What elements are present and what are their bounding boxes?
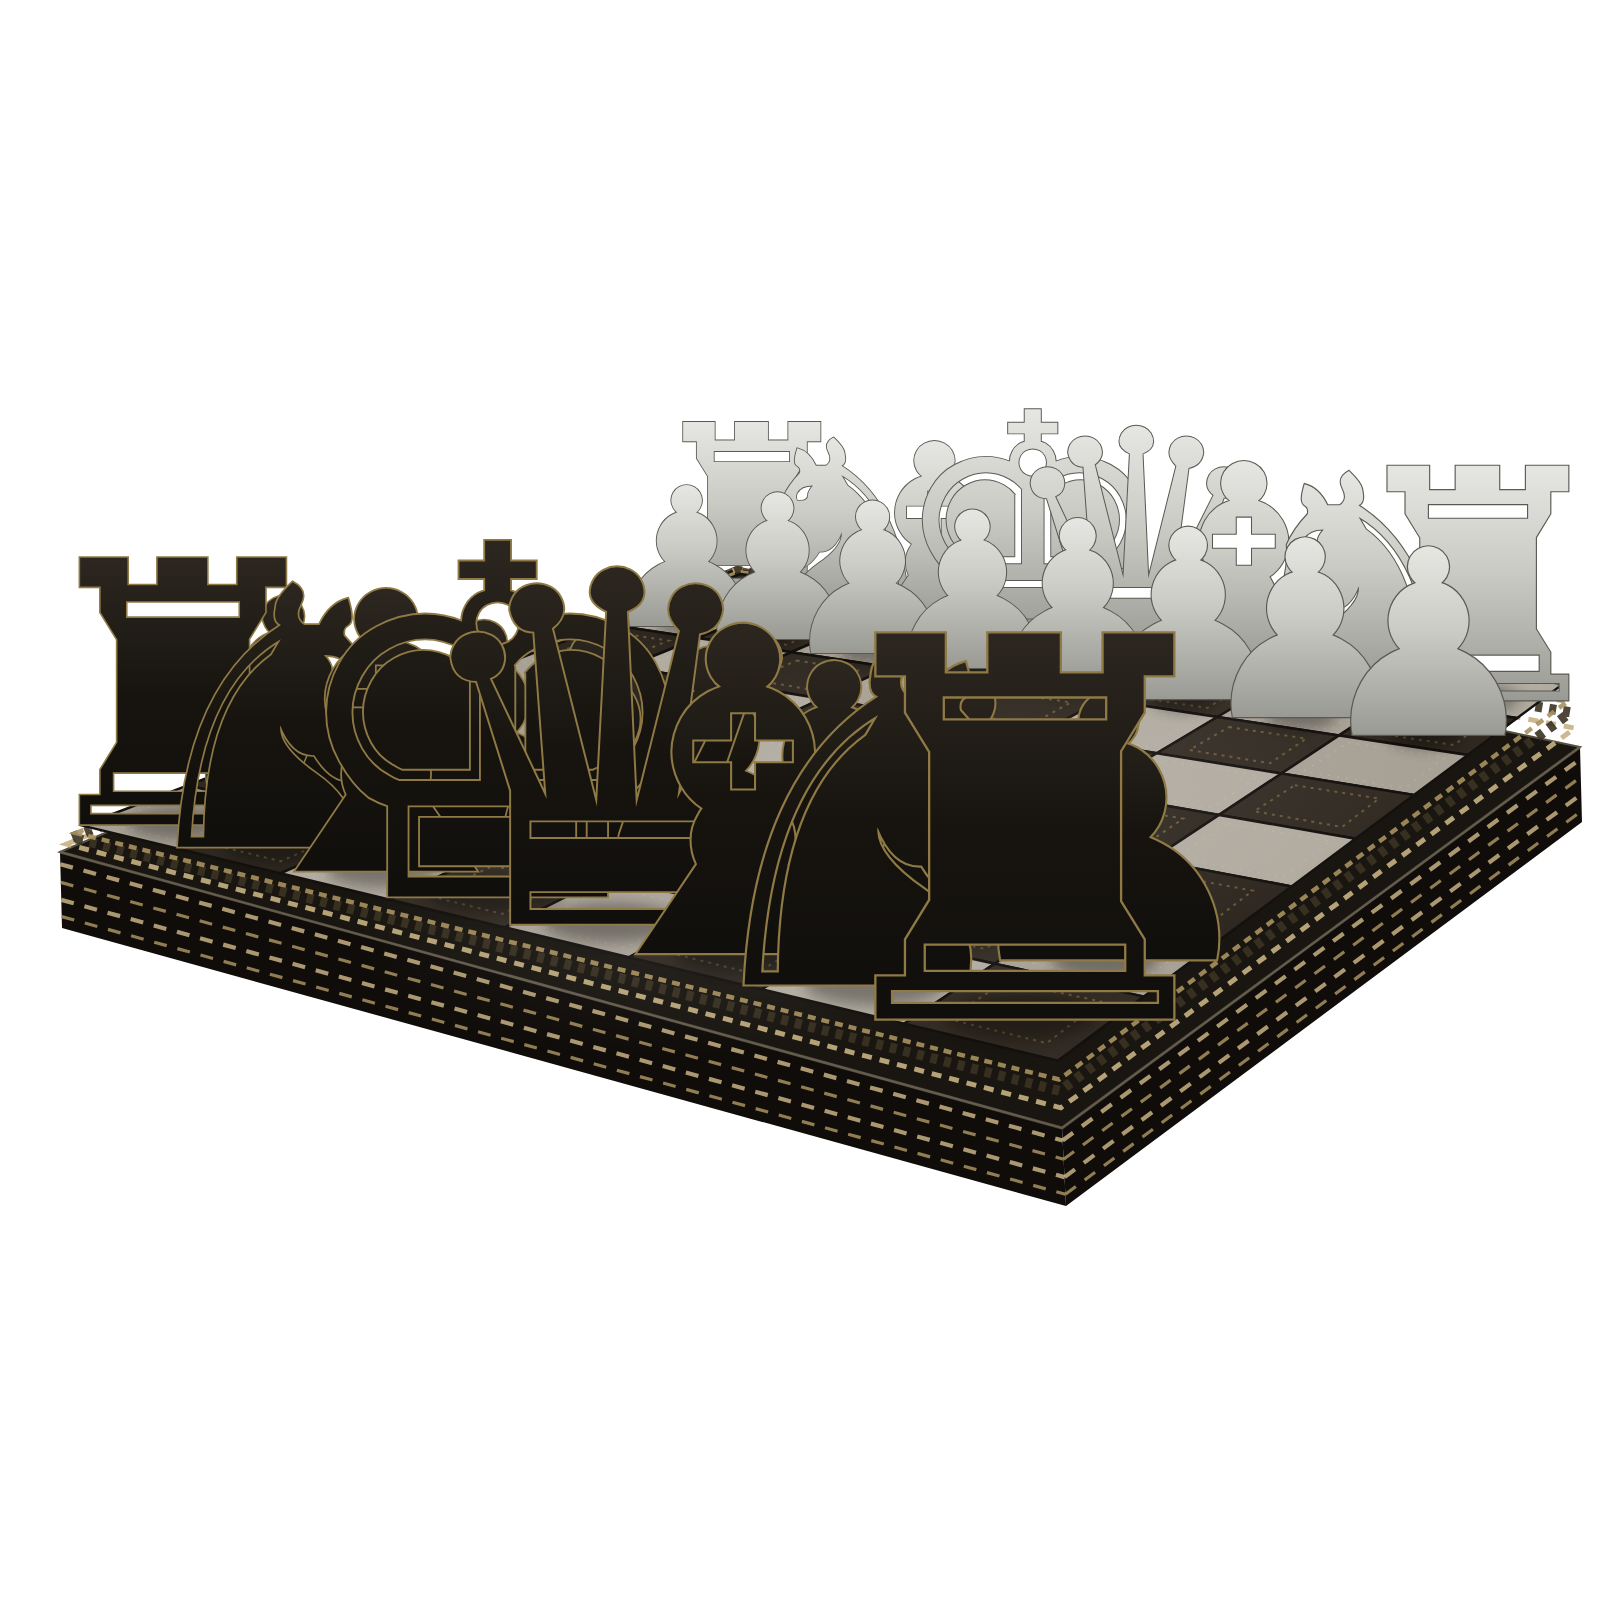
chess-board-photo: ♜♞♝♟♚♟♛♟♟♝♟♞♟♜♟♟♟♟♜♟♞♟♝♟♚♟♛♟♝♟♞♜	[0, 0, 1600, 1600]
product-photo: ♜♞♝♟♚♟♛♟♟♝♟♞♟♜♟♟♟♟♜♟♞♟♝♟♚♟♛♟♝♟♞♜	[0, 0, 1600, 1600]
piece-white-p-a2: ♟	[1313, 496, 1544, 796]
piece-black-r-a8: ♜	[789, 529, 1261, 1142]
